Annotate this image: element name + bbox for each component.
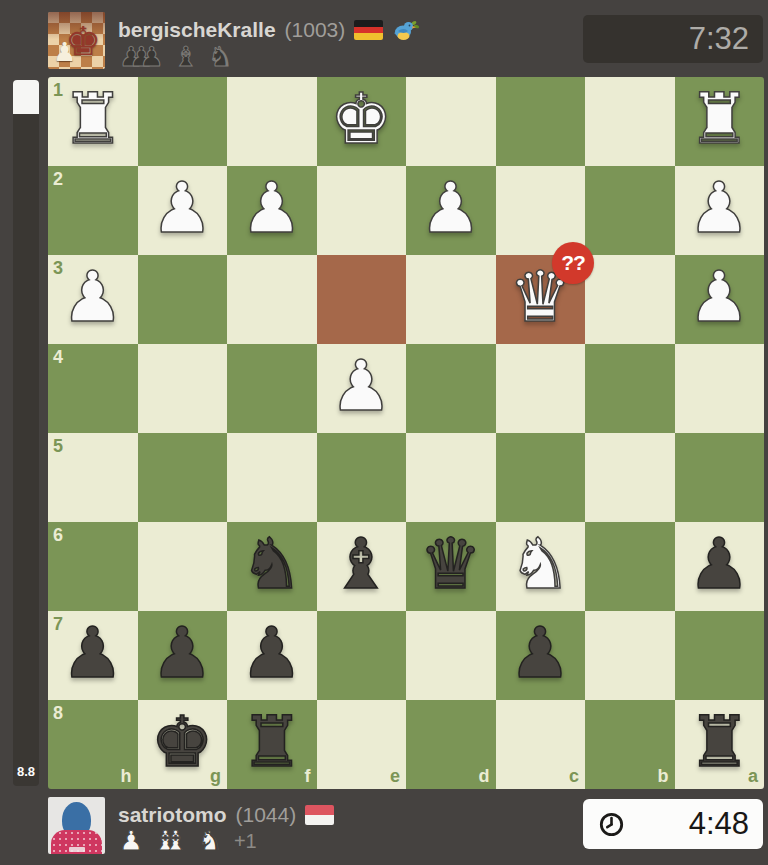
square-d8[interactable]: d: [406, 700, 496, 789]
piece-black-pawn-c7[interactable]: ♟: [509, 618, 572, 688]
square-c8[interactable]: c: [496, 700, 586, 789]
player-avatar[interactable]: [48, 797, 105, 854]
square-f5[interactable]: [227, 433, 317, 522]
rank-label-4: 4: [53, 348, 63, 366]
piece-black-bishop-e6[interactable]: ♝: [330, 529, 393, 599]
file-label-c: c: [569, 767, 579, 785]
captured-black-knight-icon: ♞: [208, 42, 232, 72]
captured-group-pawn: ♟: [119, 826, 143, 856]
piece-black-rook-a8[interactable]: ♜: [688, 707, 751, 777]
indonesia-flag-icon: [305, 805, 334, 825]
file-label-b: b: [658, 767, 669, 785]
captured-black-bishop-icon: ♝: [174, 42, 198, 72]
avatar-chess-pawn-photo: ♟: [53, 37, 76, 67]
captured-black-pawn-icon: ♟: [139, 42, 163, 72]
file-label-f: f: [305, 767, 311, 785]
clock-icon: [598, 811, 625, 838]
captured-group-knight: ♞: [208, 42, 232, 72]
square-a1[interactable]: ♜: [675, 77, 765, 166]
piece-white-rook-h1[interactable]: ♜: [61, 84, 124, 154]
square-f6[interactable]: ♞: [227, 522, 317, 611]
opponent-captured-pieces: ♟♟♟♝♞: [119, 42, 242, 72]
square-h3[interactable]: 3♟: [48, 255, 138, 344]
file-label-e: e: [390, 767, 400, 785]
square-f4[interactable]: [227, 344, 317, 433]
square-b1[interactable]: [585, 77, 675, 166]
square-d3[interactable]: [406, 255, 496, 344]
piece-black-queen-d6[interactable]: ♛: [419, 529, 482, 599]
opponent-clock-time: 7:32: [583, 21, 763, 57]
opponent-clock: 7:32: [583, 15, 763, 63]
player-rating: (1044): [236, 803, 297, 827]
player-name-row[interactable]: satriotomo (1044): [118, 802, 334, 828]
evaluation-bar: 8.8: [13, 80, 39, 786]
opponent-rating: (1003): [285, 18, 346, 42]
square-c3[interactable]: ♛??: [496, 255, 586, 344]
piece-black-king-g8[interactable]: ♚: [151, 707, 214, 777]
file-label-h: h: [121, 767, 132, 785]
player-clock-time: 4:48: [625, 806, 763, 842]
square-g4[interactable]: [138, 344, 228, 433]
square-g1[interactable]: [138, 77, 228, 166]
square-c6[interactable]: ♞: [496, 522, 586, 611]
piece-black-pawn-f7[interactable]: ♟: [240, 618, 303, 688]
player-clock: 4:48: [583, 799, 763, 849]
square-f2[interactable]: ♟: [227, 166, 317, 255]
square-d6[interactable]: ♛: [406, 522, 496, 611]
piece-white-knight-c6[interactable]: ♞: [509, 529, 572, 599]
square-e7[interactable]: [317, 611, 407, 700]
piece-white-pawn-e4[interactable]: ♟: [330, 351, 393, 421]
square-g2[interactable]: ♟: [138, 166, 228, 255]
square-b6[interactable]: [585, 522, 675, 611]
square-c1[interactable]: [496, 77, 586, 166]
opponent-name-row[interactable]: bergischeKralle (1003): [118, 17, 419, 43]
square-b4[interactable]: [585, 344, 675, 433]
square-g8[interactable]: g♚: [138, 700, 228, 789]
square-d1[interactable]: [406, 77, 496, 166]
square-e4[interactable]: ♟: [317, 344, 407, 433]
captured-white-pawn-icon: ♟: [119, 826, 143, 856]
captured-group-bishop: ♝♝: [153, 826, 187, 856]
file-label-d: d: [479, 767, 490, 785]
square-e6[interactable]: ♝: [317, 522, 407, 611]
piece-black-pawn-h7[interactable]: ♟: [61, 618, 124, 688]
piece-white-pawn-h3[interactable]: ♟: [61, 262, 124, 332]
player-captured-row: ♟♝♝♞ +1: [119, 826, 257, 856]
dove-olive-branch-icon: [392, 19, 419, 42]
piece-black-rook-f8[interactable]: ♜: [240, 707, 303, 777]
square-e2[interactable]: [317, 166, 407, 255]
square-h6[interactable]: 6: [48, 522, 138, 611]
square-f7[interactable]: ♟: [227, 611, 317, 700]
square-a5[interactable]: [675, 433, 765, 522]
blunder-badge: ??: [552, 242, 594, 284]
square-a3[interactable]: ♟: [675, 255, 765, 344]
square-h7[interactable]: 7♟: [48, 611, 138, 700]
rank-label-8: 8: [53, 704, 63, 722]
square-e1[interactable]: ♚: [317, 77, 407, 166]
germany-flag-icon: [354, 20, 383, 40]
captured-group-pawn: ♟♟♟: [119, 42, 164, 72]
piece-white-king-e1[interactable]: ♚: [330, 84, 393, 154]
piece-black-pawn-g7[interactable]: ♟: [151, 618, 214, 688]
square-c7[interactable]: ♟: [496, 611, 586, 700]
square-e3[interactable]: [317, 255, 407, 344]
evaluation-score: 8.8: [13, 764, 39, 779]
piece-white-pawn-f2[interactable]: ♟: [240, 173, 303, 243]
piece-white-rook-a1[interactable]: ♜: [688, 84, 751, 154]
square-f1[interactable]: [227, 77, 317, 166]
square-d5[interactable]: [406, 433, 496, 522]
square-g7[interactable]: ♟: [138, 611, 228, 700]
square-d2[interactable]: ♟: [406, 166, 496, 255]
captured-group-knight: ♞: [198, 826, 222, 856]
square-e8[interactable]: e: [317, 700, 407, 789]
square-b3[interactable]: [585, 255, 675, 344]
square-a2[interactable]: ♟: [675, 166, 765, 255]
square-a6[interactable]: ♟: [675, 522, 765, 611]
piece-black-pawn-a6[interactable]: ♟: [688, 529, 751, 599]
player-username[interactable]: satriotomo: [118, 803, 227, 827]
piece-black-knight-f6[interactable]: ♞: [240, 529, 303, 599]
square-b7[interactable]: [585, 611, 675, 700]
piece-white-pawn-d2[interactable]: ♟: [419, 173, 482, 243]
square-a4[interactable]: [675, 344, 765, 433]
square-h4[interactable]: 4: [48, 344, 138, 433]
square-f8[interactable]: f♜: [227, 700, 317, 789]
captured-white-knight-icon: ♞: [198, 826, 222, 856]
chess-board[interactable]: 1♜♚♜2♟♟♟♟3♟♛??♟4♟56♞♝♛♞♟7♟♟♟♟8hg♚f♜edcba…: [48, 77, 764, 789]
piece-white-pawn-g2[interactable]: ♟: [151, 173, 214, 243]
player-captured-pieces: ♟♝♝♞: [119, 826, 232, 856]
square-h5[interactable]: 5: [48, 433, 138, 522]
square-a7[interactable]: [675, 611, 765, 700]
material-advantage: +1: [234, 830, 257, 853]
square-c5[interactable]: [496, 433, 586, 522]
opponent-username[interactable]: bergischeKralle: [118, 18, 276, 42]
square-g3[interactable]: [138, 255, 228, 344]
captured-group-bishop: ♝: [174, 42, 198, 72]
avatar-silhouette-shirt: [51, 830, 102, 854]
square-a8[interactable]: a♜: [675, 700, 765, 789]
square-b5[interactable]: [585, 433, 675, 522]
square-c4[interactable]: [496, 344, 586, 433]
piece-white-pawn-a2[interactable]: ♟: [688, 173, 751, 243]
opponent-avatar[interactable]: ♚ ♟: [48, 12, 105, 69]
square-f3[interactable]: [227, 255, 317, 344]
square-h2[interactable]: 2: [48, 166, 138, 255]
square-g5[interactable]: [138, 433, 228, 522]
piece-white-pawn-a3[interactable]: ♟: [688, 262, 751, 332]
square-h1[interactable]: 1♜: [48, 77, 138, 166]
rank-label-6: 6: [53, 526, 63, 544]
square-d7[interactable]: [406, 611, 496, 700]
rank-label-2: 2: [53, 170, 63, 188]
square-h8[interactable]: 8h: [48, 700, 138, 789]
captured-white-bishop-icon: ♝: [163, 826, 187, 856]
evaluation-white-portion: [13, 80, 39, 114]
square-e5[interactable]: [317, 433, 407, 522]
chess-game-screen: ♚ ♟ bergischeKralle (1003) ♟♟♟♝♞ 7:32 8.…: [0, 0, 768, 865]
square-b2[interactable]: [585, 166, 675, 255]
square-g6[interactable]: [138, 522, 228, 611]
square-d4[interactable]: [406, 344, 496, 433]
square-b8[interactable]: b: [585, 700, 675, 789]
rank-label-5: 5: [53, 437, 63, 455]
